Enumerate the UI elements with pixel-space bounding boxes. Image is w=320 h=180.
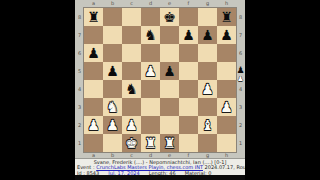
square-d3 <box>141 98 160 116</box>
square-a3 <box>84 98 103 116</box>
square-c1: ♚ <box>122 134 141 152</box>
square-e5: ♟ <box>160 62 179 80</box>
black-pawn-b5: ♟ <box>106 62 119 80</box>
square-f4 <box>179 80 198 98</box>
square-d4 <box>141 80 160 98</box>
right-letterbox-bar <box>245 0 320 180</box>
file-label-a: a <box>84 0 103 8</box>
square-f3 <box>179 98 198 116</box>
square-b5: ♟ <box>103 62 122 80</box>
material-indicator: ♟ ♟ <box>236 66 245 83</box>
white-pawn-h3: ♟ <box>220 98 233 116</box>
square-d6 <box>141 44 160 62</box>
bottom-black-strip <box>75 175 245 180</box>
rank-labels-left: 87654321 <box>75 8 84 152</box>
square-b1 <box>103 134 122 152</box>
file-label-b: b <box>103 0 122 8</box>
file-label-e: e <box>160 0 179 8</box>
white-pawn-g4: ♟ <box>201 80 214 98</box>
square-e7 <box>160 26 179 44</box>
white-pawn-b2: ♟ <box>106 116 119 134</box>
caption-band: Svane, Frederik (....) - Nepomniachtchi,… <box>75 158 245 176</box>
square-g1 <box>198 134 217 152</box>
rank-label-3: 3 <box>75 98 84 116</box>
left-letterbox-bar <box>0 0 75 180</box>
file-label-c: c <box>122 0 141 8</box>
file-label-d: d <box>141 0 160 8</box>
rank-label-6: 6 <box>75 44 84 62</box>
black-knight-d7: ♞ <box>144 26 157 44</box>
white-pawn-icon: ♟ <box>236 75 245 83</box>
black-king-e8: ♚ <box>163 8 176 26</box>
square-c8 <box>122 8 141 26</box>
square-e8: ♚ <box>160 8 179 26</box>
square-h4 <box>217 80 236 98</box>
white-king-c1: ♚ <box>125 134 138 152</box>
white-pawn-c2: ♟ <box>125 116 138 134</box>
rank-label-1: 1 <box>75 134 84 152</box>
black-pawn-h7: ♟ <box>220 26 233 44</box>
square-g6 <box>198 44 217 62</box>
square-h8: ♜ <box>217 8 236 26</box>
rank-label-8: 8 <box>75 8 84 26</box>
white-pawn-a2: ♟ <box>87 116 100 134</box>
white-knight-b3: ♞ <box>106 98 119 116</box>
square-a7 <box>84 26 103 44</box>
square-h1 <box>217 134 236 152</box>
square-g3 <box>198 98 217 116</box>
square-f2 <box>179 116 198 134</box>
square-d5: ♟ <box>141 62 160 80</box>
square-a2: ♟ <box>84 116 103 134</box>
square-e1: ♜ <box>160 134 179 152</box>
square-b8 <box>103 8 122 26</box>
file-labels-top: abcdefgh <box>84 0 236 8</box>
square-a1 <box>84 134 103 152</box>
square-a4 <box>84 80 103 98</box>
rank-label-7: 7 <box>75 26 84 44</box>
rank-label-4: 4 <box>75 80 84 98</box>
square-e4 <box>160 80 179 98</box>
square-d1: ♜ <box>141 134 160 152</box>
rank-label-6: 6 <box>236 44 245 62</box>
rank-label-3: 3 <box>236 98 245 116</box>
square-g7: ♟ <box>198 26 217 44</box>
square-f5 <box>179 62 198 80</box>
square-a8: ♜ <box>84 8 103 26</box>
white-bishop-g2: ♝ <box>201 116 214 134</box>
square-g5 <box>198 62 217 80</box>
square-c6 <box>122 44 141 62</box>
square-a5 <box>84 62 103 80</box>
square-d7: ♞ <box>141 26 160 44</box>
black-pawn-e5: ♟ <box>163 62 176 80</box>
square-d2 <box>141 116 160 134</box>
file-label-f: f <box>179 0 198 8</box>
square-h5 <box>217 62 236 80</box>
square-g8 <box>198 8 217 26</box>
square-b2: ♟ <box>103 116 122 134</box>
square-b4 <box>103 80 122 98</box>
square-h7: ♟ <box>217 26 236 44</box>
rank-label-2: 2 <box>236 116 245 134</box>
rank-label-8: 8 <box>236 8 245 26</box>
black-rook-a8: ♜ <box>87 8 100 26</box>
black-knight-c4: ♞ <box>125 80 138 98</box>
rank-label-5: 5 <box>75 62 84 80</box>
square-e3 <box>160 98 179 116</box>
square-c5 <box>122 62 141 80</box>
white-rook-d1: ♜ <box>144 134 157 152</box>
chess-board: ♜♚♜♞♟♟♟♟♟♟♟♞♟♞♟♟♟♟♝♚♜♜ <box>84 8 236 152</box>
square-h2 <box>217 116 236 134</box>
square-c3 <box>122 98 141 116</box>
square-f1 <box>179 134 198 152</box>
square-c2: ♟ <box>122 116 141 134</box>
rank-label-7: 7 <box>236 26 245 44</box>
white-pawn-d5: ♟ <box>144 62 157 80</box>
black-pawn-icon: ♟ <box>236 66 245 75</box>
file-label-h: h <box>217 0 236 8</box>
square-f7: ♟ <box>179 26 198 44</box>
chess-diagram: abcdefgh 87654321 ♜♚♜♞♟♟♟♟♟♟♟♞♟♞♟♟♟♟♝♚♜♜… <box>75 0 245 180</box>
square-e6 <box>160 44 179 62</box>
square-b3: ♞ <box>103 98 122 116</box>
rank-label-1: 1 <box>236 134 245 152</box>
white-rook-e1: ♜ <box>163 134 176 152</box>
square-a6: ♟ <box>84 44 103 62</box>
square-g2: ♝ <box>198 116 217 134</box>
square-b7 <box>103 26 122 44</box>
board-margin: abcdefgh 87654321 ♜♚♜♞♟♟♟♟♟♟♟♞♟♞♟♟♟♟♝♚♜♜… <box>75 0 245 158</box>
black-pawn-f7: ♟ <box>182 26 195 44</box>
black-pawn-a6: ♟ <box>87 44 100 62</box>
black-rook-h8: ♜ <box>220 8 233 26</box>
square-h6 <box>217 44 236 62</box>
square-h3: ♟ <box>217 98 236 116</box>
square-d8 <box>141 8 160 26</box>
square-c7 <box>122 26 141 44</box>
square-f6 <box>179 44 198 62</box>
square-g4: ♟ <box>198 80 217 98</box>
square-c4: ♞ <box>122 80 141 98</box>
square-e2 <box>160 116 179 134</box>
rank-label-2: 2 <box>75 116 84 134</box>
black-pawn-g7: ♟ <box>201 26 214 44</box>
file-label-g: g <box>198 0 217 8</box>
square-f8 <box>179 8 198 26</box>
square-b6 <box>103 44 122 62</box>
video-frame: abcdefgh 87654321 ♜♚♜♞♟♟♟♟♟♟♟♞♟♞♟♟♟♟♝♚♜♜… <box>0 0 320 180</box>
